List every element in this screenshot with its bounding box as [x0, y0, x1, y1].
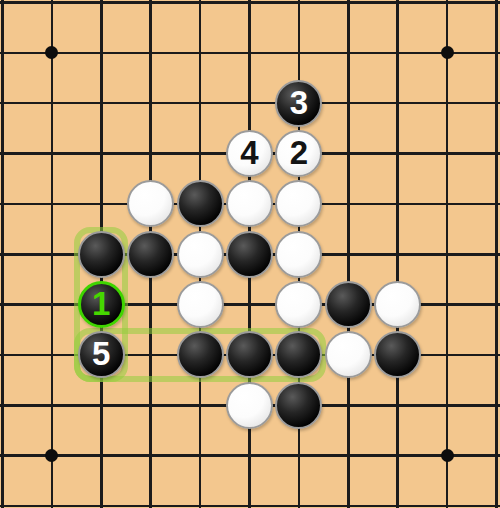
star-point — [441, 46, 454, 59]
black-stone — [226, 231, 273, 278]
black-stone — [325, 281, 372, 328]
white-stone — [226, 180, 273, 227]
white-stone-move-4: 4 — [226, 130, 273, 177]
grid-line-horizontal — [0, 102, 500, 105]
white-stone — [177, 231, 224, 278]
move-number-label: 2 — [290, 136, 308, 169]
move-number-label: 1 — [92, 287, 110, 320]
white-stone — [177, 281, 224, 328]
screenshot-stage: 34215 — [0, 0, 500, 508]
white-stone — [275, 180, 322, 227]
white-stone — [226, 382, 273, 429]
white-stone — [275, 231, 322, 278]
grid-line-horizontal — [0, 454, 500, 457]
go-board[interactable]: 34215 — [0, 0, 500, 508]
move-number-label: 4 — [240, 136, 258, 169]
grid-line-horizontal — [0, 505, 500, 508]
grid-line-horizontal — [0, 1, 500, 4]
black-stone-move-1: 1 — [78, 281, 125, 328]
star-point — [45, 46, 58, 59]
grid-line-horizontal — [0, 52, 500, 55]
move-number-label: 5 — [92, 337, 110, 370]
black-stone — [177, 180, 224, 227]
black-stone-move-5: 5 — [78, 331, 125, 378]
black-stone — [78, 231, 125, 278]
star-point — [45, 449, 58, 462]
black-stone — [127, 231, 174, 278]
white-stone — [325, 331, 372, 378]
white-stone — [374, 281, 421, 328]
star-point — [441, 449, 454, 462]
white-stone-move-2: 2 — [275, 130, 322, 177]
white-stone — [275, 281, 322, 328]
black-stone — [275, 382, 322, 429]
black-stone — [177, 331, 224, 378]
white-stone — [127, 180, 174, 227]
black-stone — [374, 331, 421, 378]
black-stone-move-3: 3 — [275, 80, 322, 127]
move-number-label: 3 — [290, 86, 308, 119]
